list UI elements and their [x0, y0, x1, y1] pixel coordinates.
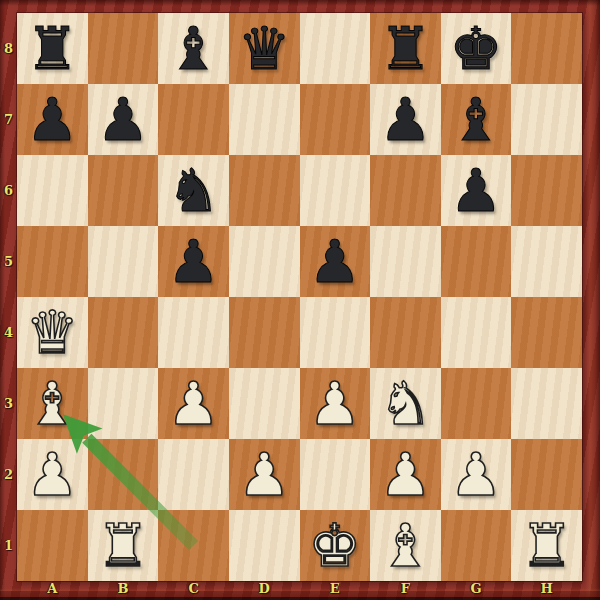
rank-label-3: 3	[0, 368, 17, 439]
rank-label-8: 8	[0, 13, 17, 84]
square-a3[interactable]: ♝	[17, 368, 88, 439]
square-e4[interactable]	[300, 297, 371, 368]
white-knight[interactable]: ♞	[370, 368, 441, 439]
square-h5[interactable]	[511, 226, 582, 297]
square-a2[interactable]: ♟	[17, 439, 88, 510]
square-b3[interactable]	[88, 368, 159, 439]
square-g8[interactable]: ♚	[441, 13, 512, 84]
square-g1[interactable]	[441, 510, 512, 581]
square-b2[interactable]	[88, 439, 159, 510]
square-a8[interactable]: ♜	[17, 13, 88, 84]
black-pawn[interactable]: ♟	[88, 84, 159, 155]
square-h3[interactable]	[511, 368, 582, 439]
black-king[interactable]: ♚	[441, 13, 512, 84]
square-c8[interactable]: ♝	[158, 13, 229, 84]
rank-label-4: 4	[0, 297, 17, 368]
square-c5[interactable]: ♟	[158, 226, 229, 297]
white-king[interactable]: ♚	[300, 510, 371, 581]
file-label-h: H	[511, 581, 582, 595]
square-a7[interactable]: ♟	[17, 84, 88, 155]
black-pawn[interactable]: ♟	[441, 155, 512, 226]
file-label-a: A	[17, 581, 88, 595]
white-pawn[interactable]: ♟	[370, 439, 441, 510]
square-h7[interactable]	[511, 84, 582, 155]
file-label-b: B	[88, 581, 159, 595]
square-d3[interactable]	[229, 368, 300, 439]
white-pawn[interactable]: ♟	[158, 368, 229, 439]
square-g7[interactable]: ♝	[441, 84, 512, 155]
black-rook[interactable]: ♜	[17, 13, 88, 84]
square-f7[interactable]: ♟	[370, 84, 441, 155]
square-d4[interactable]	[229, 297, 300, 368]
white-rook[interactable]: ♜	[511, 510, 582, 581]
square-g2[interactable]: ♟	[441, 439, 512, 510]
black-pawn[interactable]: ♟	[370, 84, 441, 155]
square-h8[interactable]	[511, 13, 582, 84]
white-pawn[interactable]: ♟	[229, 439, 300, 510]
rank-label-7: 7	[0, 84, 17, 155]
square-e6[interactable]	[300, 155, 371, 226]
white-bishop[interactable]: ♝	[17, 368, 88, 439]
white-queen[interactable]: ♛	[17, 297, 88, 368]
square-g6[interactable]: ♟	[441, 155, 512, 226]
square-h1[interactable]: ♜	[511, 510, 582, 581]
square-e1[interactable]: ♚	[300, 510, 371, 581]
rank-label-1: 1	[0, 510, 17, 581]
file-label-g: G	[441, 581, 512, 595]
square-f4[interactable]	[370, 297, 441, 368]
file-label-d: D	[229, 581, 300, 595]
square-g4[interactable]	[441, 297, 512, 368]
square-b1[interactable]: ♜	[88, 510, 159, 581]
white-pawn[interactable]: ♟	[300, 368, 371, 439]
black-bishop[interactable]: ♝	[158, 13, 229, 84]
black-pawn[interactable]: ♟	[158, 226, 229, 297]
square-f3[interactable]: ♞	[370, 368, 441, 439]
square-e7[interactable]	[300, 84, 371, 155]
square-b6[interactable]	[88, 155, 159, 226]
file-label-f: F	[370, 581, 441, 595]
square-c4[interactable]	[158, 297, 229, 368]
file-label-e: E	[300, 581, 371, 595]
square-c6[interactable]: ♞	[158, 155, 229, 226]
square-d1[interactable]	[229, 510, 300, 581]
square-f6[interactable]	[370, 155, 441, 226]
white-pawn[interactable]: ♟	[441, 439, 512, 510]
square-a1[interactable]	[17, 510, 88, 581]
square-b7[interactable]: ♟	[88, 84, 159, 155]
black-queen[interactable]: ♛	[229, 13, 300, 84]
white-rook[interactable]: ♜	[88, 510, 159, 581]
square-c3[interactable]: ♟	[158, 368, 229, 439]
square-d5[interactable]	[229, 226, 300, 297]
square-b4[interactable]	[88, 297, 159, 368]
square-d7[interactable]	[229, 84, 300, 155]
square-e2[interactable]	[300, 439, 371, 510]
square-b5[interactable]	[88, 226, 159, 297]
square-c1[interactable]	[158, 510, 229, 581]
black-knight[interactable]: ♞	[158, 155, 229, 226]
rank-label-2: 2	[0, 439, 17, 510]
square-h6[interactable]	[511, 155, 582, 226]
square-a5[interactable]	[17, 226, 88, 297]
chess-board: ♜♝♛♜♚♟♟♟♝♞♟♟♟♛♝♟♟♞♟♟♟♟♜♚♝♜	[17, 13, 582, 581]
square-f8[interactable]: ♜	[370, 13, 441, 84]
square-a4[interactable]: ♛	[17, 297, 88, 368]
square-e8[interactable]	[300, 13, 371, 84]
black-pawn[interactable]: ♟	[17, 84, 88, 155]
square-h2[interactable]	[511, 439, 582, 510]
square-c7[interactable]	[158, 84, 229, 155]
file-label-c: C	[158, 581, 229, 595]
square-b8[interactable]	[88, 13, 159, 84]
square-g3[interactable]	[441, 368, 512, 439]
square-f1[interactable]: ♝	[370, 510, 441, 581]
black-rook[interactable]: ♜	[370, 13, 441, 84]
square-d8[interactable]: ♛	[229, 13, 300, 84]
rank-label-6: 6	[0, 155, 17, 226]
square-g5[interactable]	[441, 226, 512, 297]
square-f5[interactable]	[370, 226, 441, 297]
rank-label-5: 5	[0, 226, 17, 297]
square-f2[interactable]: ♟	[370, 439, 441, 510]
black-pawn[interactable]: ♟	[300, 226, 371, 297]
square-h4[interactable]	[511, 297, 582, 368]
black-bishop[interactable]: ♝	[441, 84, 512, 155]
square-e5[interactable]: ♟	[300, 226, 371, 297]
square-a6[interactable]	[17, 155, 88, 226]
white-bishop[interactable]: ♝	[370, 510, 441, 581]
square-d6[interactable]	[229, 155, 300, 226]
square-d2[interactable]: ♟	[229, 439, 300, 510]
square-c2[interactable]	[158, 439, 229, 510]
square-e3[interactable]: ♟	[300, 368, 371, 439]
white-pawn[interactable]: ♟	[17, 439, 88, 510]
chess-app: ♜♝♛♜♚♟♟♟♝♞♟♟♟♛♝♟♟♞♟♟♟♟♜♚♝♜ 87654321ABCDE…	[0, 0, 600, 600]
